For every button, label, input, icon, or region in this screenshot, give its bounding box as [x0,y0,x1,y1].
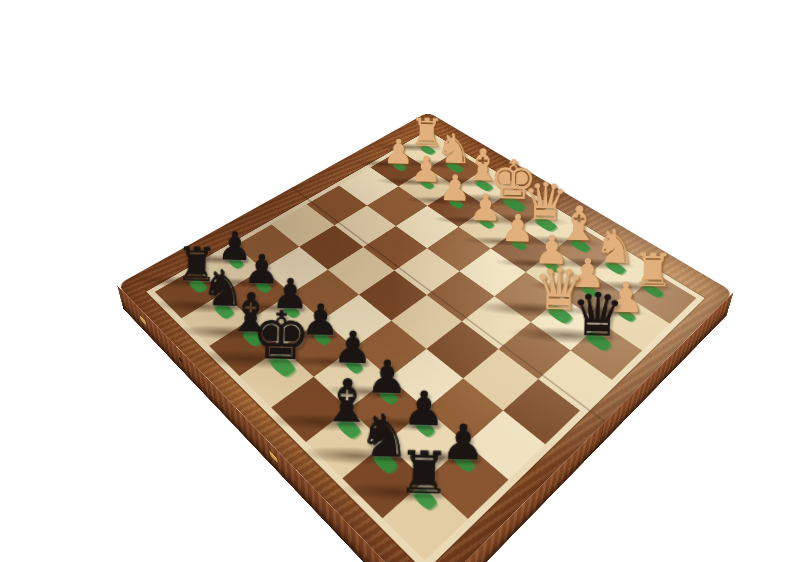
chess-board: ♜♞♝♛♚♝♞♜♟♟♟♟♟♟♟♟♛♛♟♟♟♟♟♟♟♟♜♞♝♚♝♞♜ [117,112,734,562]
brass-clasp [140,315,147,326]
rook-glyph: ♜ [365,445,483,503]
queen-glyph: ♛ [537,285,657,344]
product-photo-scene: ♜♞♝♛♚♝♞♜♟♟♟♟♟♟♟♟♛♛♟♟♟♟♟♟♟♟♜♞♝♚♝♞♜ [0,0,800,562]
fold-seam-edge [598,422,604,447]
board-top-face: ♜♞♝♛♚♝♞♜♟♟♟♟♟♟♟♟♛♛♟♟♟♟♟♟♟♟♜♞♝♚♝♞♜ [117,112,734,562]
king-glyph: ♚ [214,303,348,369]
